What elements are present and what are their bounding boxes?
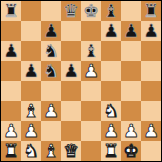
square-c8[interactable] [41,1,61,21]
piece-white-rook[interactable]: ♜ [3,141,19,161]
piece-white-pawn[interactable]: ♟ [43,101,59,121]
piece-black-bishop[interactable]: ♝ [103,1,119,21]
square-d8[interactable]: ♛ [61,1,81,21]
square-e1[interactable] [81,141,101,161]
square-f1[interactable]: ♜ [101,141,121,161]
square-f3[interactable]: ♞ [101,101,121,121]
square-a8[interactable]: ♜ [1,1,21,21]
square-g3[interactable] [121,101,141,121]
square-f8[interactable]: ♝ [101,1,121,21]
piece-black-rook[interactable]: ♜ [143,1,159,21]
square-a5[interactable] [1,61,21,81]
piece-white-pawn[interactable]: ♟ [123,121,139,141]
square-c5[interactable]: ♞ [41,61,61,81]
piece-black-pawn[interactable]: ♟ [43,21,59,41]
square-h7[interactable]: ♟ [141,21,161,41]
square-b1[interactable]: ♞ [21,141,41,161]
piece-black-pawn[interactable]: ♟ [3,41,19,61]
square-g4[interactable] [121,81,141,101]
piece-black-queen[interactable]: ♛ [63,1,79,21]
square-d4[interactable] [61,81,81,101]
square-g8[interactable] [121,1,141,21]
chess-board: ♜♛♚♝♜♟♟♟♟♟♞♝♟♞♟♟♝♟♞♟♟♟♟♟♜♞♝♛♜♚ [0,0,162,162]
square-e6[interactable]: ♝ [81,41,101,61]
square-h3[interactable] [141,101,161,121]
piece-black-knight[interactable]: ♞ [43,41,59,61]
square-b4[interactable] [21,81,41,101]
piece-white-pawn[interactable]: ♟ [103,121,119,141]
piece-white-pawn[interactable]: ♟ [143,121,159,141]
square-h1[interactable] [141,141,161,161]
square-a2[interactable]: ♟ [1,121,21,141]
square-b8[interactable] [21,1,41,21]
square-g6[interactable] [121,41,141,61]
piece-black-knight[interactable]: ♞ [43,61,59,81]
square-b7[interactable] [21,21,41,41]
square-c4[interactable] [41,81,61,101]
square-c1[interactable]: ♝ [41,141,61,161]
square-g2[interactable]: ♟ [121,121,141,141]
square-c7[interactable]: ♟ [41,21,61,41]
piece-white-knight[interactable]: ♞ [23,141,39,161]
piece-white-pawn[interactable]: ♟ [3,121,19,141]
piece-black-pawn[interactable]: ♟ [63,61,79,81]
piece-black-pawn[interactable]: ♟ [123,21,139,41]
square-c6[interactable]: ♞ [41,41,61,61]
piece-white-knight[interactable]: ♞ [103,101,119,121]
piece-white-bishop[interactable]: ♝ [23,101,39,121]
piece-black-bishop[interactable]: ♝ [83,41,99,61]
square-e2[interactable] [81,121,101,141]
square-f7[interactable]: ♟ [101,21,121,41]
square-e3[interactable] [81,101,101,121]
square-d6[interactable] [61,41,81,61]
square-d5[interactable]: ♟ [61,61,81,81]
square-d7[interactable] [61,21,81,41]
piece-black-king[interactable]: ♚ [83,1,99,21]
square-e7[interactable] [81,21,101,41]
square-b2[interactable]: ♟ [21,121,41,141]
square-e8[interactable]: ♚ [81,1,101,21]
piece-white-pawn[interactable]: ♟ [83,61,99,81]
square-f6[interactable] [101,41,121,61]
piece-white-king[interactable]: ♚ [123,141,139,161]
square-c3[interactable]: ♟ [41,101,61,121]
square-c2[interactable] [41,121,61,141]
square-f2[interactable]: ♟ [101,121,121,141]
piece-white-rook[interactable]: ♜ [103,141,119,161]
piece-black-pawn[interactable]: ♟ [143,21,159,41]
square-g5[interactable] [121,61,141,81]
square-e4[interactable] [81,81,101,101]
square-f4[interactable] [101,81,121,101]
piece-white-queen[interactable]: ♛ [63,141,79,161]
piece-white-pawn[interactable]: ♟ [23,121,39,141]
square-h6[interactable] [141,41,161,61]
square-d2[interactable] [61,121,81,141]
square-h5[interactable] [141,61,161,81]
square-g1[interactable]: ♚ [121,141,141,161]
square-d3[interactable] [61,101,81,121]
square-a3[interactable] [1,101,21,121]
square-b5[interactable]: ♟ [21,61,41,81]
square-e5[interactable]: ♟ [81,61,101,81]
square-h4[interactable] [141,81,161,101]
square-b3[interactable]: ♝ [21,101,41,121]
square-h8[interactable]: ♜ [141,1,161,21]
piece-black-pawn[interactable]: ♟ [103,21,119,41]
piece-white-bishop[interactable]: ♝ [43,141,59,161]
square-h2[interactable]: ♟ [141,121,161,141]
square-a4[interactable] [1,81,21,101]
square-a6[interactable]: ♟ [1,41,21,61]
piece-black-pawn[interactable]: ♟ [23,61,39,81]
square-a7[interactable] [1,21,21,41]
square-g7[interactable]: ♟ [121,21,141,41]
square-b6[interactable] [21,41,41,61]
square-a1[interactable]: ♜ [1,141,21,161]
square-d1[interactable]: ♛ [61,141,81,161]
piece-black-rook[interactable]: ♜ [3,1,19,21]
square-f5[interactable] [101,61,121,81]
